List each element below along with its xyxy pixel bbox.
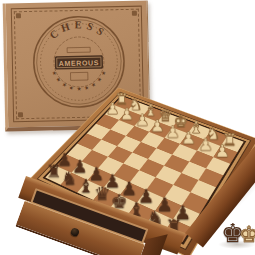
display-piece-maple-king[interactable]: ♚ <box>239 224 255 246</box>
square-h4[interactable] <box>198 168 223 187</box>
product-photo: CHESS ★ ★ ★ ★ ★ ★ ★ ★ ★ AMEROUS ♜♞♝♛♚♝♞♜… <box>0 0 255 255</box>
square-g4[interactable] <box>181 161 206 180</box>
piece-white-pawn[interactable]: ♟ <box>211 143 233 160</box>
drawer-knob[interactable] <box>70 227 80 237</box>
